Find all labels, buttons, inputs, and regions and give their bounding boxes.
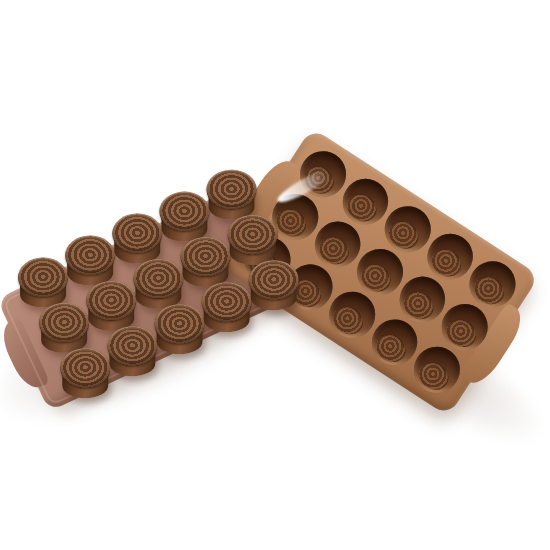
chocolate xyxy=(249,260,299,316)
chocolate-swirl-top xyxy=(207,170,257,210)
chocolate xyxy=(155,304,205,360)
product-photo-scene xyxy=(0,0,550,550)
cavity-chocolate-swirl xyxy=(426,243,467,282)
chocolate-swirl-top xyxy=(228,215,278,255)
cavity-chocolate-swirl xyxy=(413,356,454,395)
chocolate xyxy=(107,326,157,382)
chocolate xyxy=(202,282,252,338)
cavity-chocolate-swirl xyxy=(356,258,397,297)
cavity-chocolate-swirl xyxy=(314,231,355,270)
chocolate xyxy=(60,348,110,404)
cavity-chocolate-swirl xyxy=(371,328,412,367)
chocolate-swirl-top xyxy=(249,260,299,300)
cavity-chocolate-swirl xyxy=(441,313,482,352)
cavity-chocolate-swirl xyxy=(398,286,439,325)
cavity-chocolate-swirl xyxy=(469,270,510,309)
cavity-chocolate-swirl xyxy=(328,301,369,340)
chocolate-cell xyxy=(239,254,307,321)
cavity-chocolate-swirl xyxy=(384,215,425,254)
cavity-chocolate-swirl xyxy=(341,188,382,227)
